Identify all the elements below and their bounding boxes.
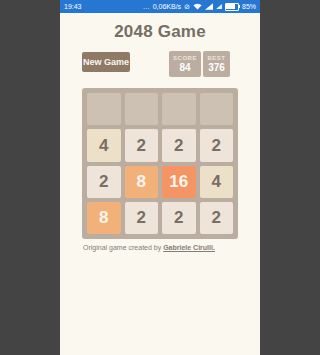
mute-icon: ⊘	[184, 3, 190, 10]
wifi-icon	[193, 3, 202, 10]
author-link[interactable]: Gabriele Cirulli.	[163, 244, 215, 251]
controls-row: New Game SCORE 84 BEST 376	[60, 51, 260, 77]
best-label: BEST	[207, 55, 225, 62]
tile-2: 2	[200, 129, 234, 161]
empty-cell	[87, 93, 121, 125]
tile-4: 4	[87, 129, 121, 161]
new-game-button[interactable]: New Game	[82, 52, 130, 72]
clock: 19:43	[64, 3, 82, 10]
tile-2: 2	[87, 166, 121, 198]
page-title: 2048 Game	[60, 22, 260, 42]
tile-16: 16	[162, 166, 196, 198]
tile-2: 2	[125, 202, 159, 234]
empty-cell	[200, 93, 234, 125]
footer-credit: Original game created by Gabriele Cirull…	[83, 244, 253, 251]
tile-8: 8	[87, 202, 121, 234]
tile-4: 4	[200, 166, 234, 198]
network-speed: 0,06KB/s	[153, 3, 181, 10]
best-value: 376	[208, 62, 225, 74]
battery-percent: 85%	[242, 3, 256, 10]
tile-2: 2	[125, 129, 159, 161]
score-value: 84	[179, 62, 190, 74]
signal-icon-sim2	[216, 4, 222, 9]
tile-2: 2	[162, 129, 196, 161]
score-label: SCORE	[173, 55, 197, 62]
signal-icon-sim1	[205, 3, 213, 10]
tile-2: 2	[162, 202, 196, 234]
status-bar: 19:43 … 0,06KB/s ⊘ 85%	[60, 0, 260, 13]
phone-screen: 19:43 … 0,06KB/s ⊘ 85% 2048 Game New Gam…	[60, 0, 260, 355]
score-box: SCORE 84	[169, 51, 201, 77]
board-grid[interactable]: 4222281648222	[82, 88, 238, 239]
tile-2: 2	[200, 202, 234, 234]
battery-icon	[225, 3, 239, 11]
empty-cell	[162, 93, 196, 125]
footer-text: Original game created by	[83, 244, 163, 251]
tile-8: 8	[125, 166, 159, 198]
empty-cell	[125, 93, 159, 125]
notification-ellipsis: …	[143, 3, 150, 10]
best-box: BEST 376	[203, 51, 230, 77]
